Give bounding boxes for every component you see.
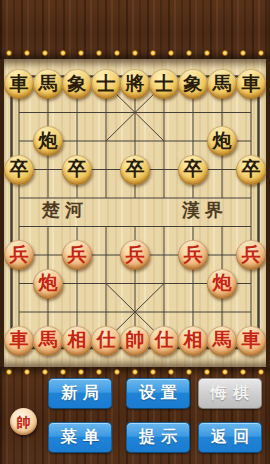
bottom-wood-band: 帥 新局设置悔棋菜单提示返回 xyxy=(0,367,270,464)
piece-red-炮[interactable]: 炮 xyxy=(207,269,237,299)
piece-glyph: 相 xyxy=(184,330,203,349)
piece-glyph: 相 xyxy=(68,330,87,349)
top-wood-band xyxy=(0,0,270,59)
back-button[interactable]: 返回 xyxy=(198,422,262,453)
piece-glyph: 將 xyxy=(126,74,145,93)
piece-glyph: 車 xyxy=(242,330,261,349)
piece-glyph: 卒 xyxy=(126,159,145,178)
piece-black-炮[interactable]: 炮 xyxy=(33,126,63,156)
piece-glyph: 炮 xyxy=(39,273,58,292)
piece-black-卒[interactable]: 卒 xyxy=(4,155,34,185)
piece-red-馬[interactable]: 馬 xyxy=(33,326,63,356)
piece-glyph: 炮 xyxy=(39,131,58,150)
piece-glyph: 炮 xyxy=(213,273,232,292)
piece-glyph: 馬 xyxy=(213,330,232,349)
piece-glyph: 兵 xyxy=(126,245,145,264)
piece-glyph: 兵 xyxy=(68,245,87,264)
piece-black-象[interactable]: 象 xyxy=(178,69,208,99)
piece-red-兵[interactable]: 兵 xyxy=(120,240,150,270)
piece-glyph: 車 xyxy=(242,74,261,93)
piece-black-炮[interactable]: 炮 xyxy=(207,126,237,156)
xiangqi-board[interactable]: 楚河 漢界 車馬象士將士象馬車炮炮卒卒卒卒卒兵兵兵兵兵炮炮車馬相仕帥仕相馬車 xyxy=(0,59,270,367)
stud-row-bottom xyxy=(0,368,270,376)
piece-red-兵[interactable]: 兵 xyxy=(178,240,208,270)
piece-red-仕[interactable]: 仕 xyxy=(149,326,179,356)
piece-red-兵[interactable]: 兵 xyxy=(236,240,266,270)
piece-glyph: 帥 xyxy=(126,330,145,349)
piece-glyph: 士 xyxy=(97,74,116,93)
piece-glyph: 卒 xyxy=(10,159,29,178)
piece-black-卒[interactable]: 卒 xyxy=(178,155,208,185)
piece-glyph: 炮 xyxy=(213,131,232,150)
piece-glyph: 卒 xyxy=(242,159,261,178)
stud-row-top xyxy=(0,49,270,57)
piece-glyph: 馬 xyxy=(39,330,58,349)
piece-black-卒[interactable]: 卒 xyxy=(236,155,266,185)
piece-red-車[interactable]: 車 xyxy=(236,326,266,356)
piece-glyph: 兵 xyxy=(10,245,29,264)
piece-red-兵[interactable]: 兵 xyxy=(4,240,34,270)
piece-red-帥[interactable]: 帥 xyxy=(120,326,150,356)
piece-glyph: 馬 xyxy=(39,74,58,93)
menu-button[interactable]: 菜单 xyxy=(48,422,112,453)
piece-black-車[interactable]: 車 xyxy=(236,69,266,99)
river-label-left: 楚河 xyxy=(41,199,88,220)
piece-black-車[interactable]: 車 xyxy=(4,69,34,99)
new-game-button[interactable]: 新局 xyxy=(48,378,112,409)
piece-glyph: 象 xyxy=(68,74,87,93)
piece-black-士[interactable]: 士 xyxy=(91,69,121,99)
piece-glyph: 車 xyxy=(10,74,29,93)
piece-glyph: 馬 xyxy=(213,74,232,93)
board-grid: 楚河 漢界 xyxy=(0,59,270,367)
piece-red-兵[interactable]: 兵 xyxy=(62,240,92,270)
piece-glyph: 卒 xyxy=(68,159,87,178)
piece-glyph: 兵 xyxy=(184,245,203,264)
piece-red-相[interactable]: 相 xyxy=(62,326,92,356)
piece-black-馬[interactable]: 馬 xyxy=(207,69,237,99)
settings-button[interactable]: 设置 xyxy=(126,378,190,409)
piece-red-馬[interactable]: 馬 xyxy=(207,326,237,356)
piece-black-將[interactable]: 將 xyxy=(120,69,150,99)
turn-indicator: 帥 xyxy=(10,408,37,435)
piece-black-象[interactable]: 象 xyxy=(62,69,92,99)
piece-black-卒[interactable]: 卒 xyxy=(62,155,92,185)
xiangqi-app: 楚河 漢界 車馬象士將士象馬車炮炮卒卒卒卒卒兵兵兵兵兵炮炮車馬相仕帥仕相馬車 帥… xyxy=(0,0,270,464)
piece-red-炮[interactable]: 炮 xyxy=(33,269,63,299)
piece-red-車[interactable]: 車 xyxy=(4,326,34,356)
piece-black-卒[interactable]: 卒 xyxy=(120,155,150,185)
piece-glyph: 卒 xyxy=(184,159,203,178)
piece-black-士[interactable]: 士 xyxy=(149,69,179,99)
hint-button[interactable]: 提示 xyxy=(126,422,190,453)
turn-indicator-glyph: 帥 xyxy=(17,415,31,429)
piece-red-仕[interactable]: 仕 xyxy=(91,326,121,356)
river-label-right: 漢界 xyxy=(181,199,228,220)
piece-glyph: 仕 xyxy=(97,330,116,349)
piece-glyph: 象 xyxy=(184,74,203,93)
piece-black-馬[interactable]: 馬 xyxy=(33,69,63,99)
undo-button[interactable]: 悔棋 xyxy=(198,378,262,409)
piece-glyph: 士 xyxy=(155,74,174,93)
piece-red-相[interactable]: 相 xyxy=(178,326,208,356)
piece-glyph: 兵 xyxy=(242,245,261,264)
piece-glyph: 仕 xyxy=(155,330,174,349)
piece-glyph: 車 xyxy=(10,330,29,349)
